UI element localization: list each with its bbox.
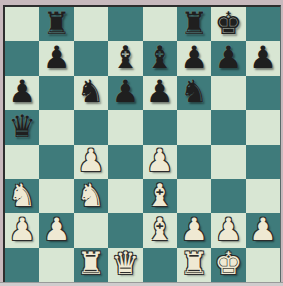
square-g4[interactable] (211, 145, 245, 179)
square-c5[interactable] (74, 110, 108, 144)
piece-black-pawn: ♟ (180, 42, 208, 73)
piece-black-queen: ♛ (8, 111, 36, 142)
piece-black-pawn: ♟ (111, 76, 139, 107)
square-b6[interactable] (39, 76, 73, 110)
piece-black-pawn: ♟ (215, 42, 243, 73)
square-h7[interactable]: ♟ (246, 41, 280, 75)
square-f6[interactable]: ♞ (177, 76, 211, 110)
square-g1[interactable]: ♚ (211, 248, 245, 282)
piece-white-bishop: ♝ (146, 214, 174, 245)
piece-white-king: ♚ (215, 248, 243, 279)
square-g6[interactable] (211, 76, 245, 110)
square-a8[interactable] (5, 7, 39, 41)
piece-black-rook: ♜ (43, 8, 71, 39)
square-g7[interactable]: ♟ (211, 41, 245, 75)
square-e8[interactable] (143, 7, 177, 41)
square-f4[interactable] (177, 145, 211, 179)
piece-black-pawn: ♟ (249, 42, 277, 73)
square-h1[interactable] (246, 248, 280, 282)
piece-black-bishop: ♝ (146, 42, 174, 73)
piece-white-pawn: ♟ (249, 214, 277, 245)
square-b2[interactable]: ♟ (39, 213, 73, 247)
square-b1[interactable] (39, 248, 73, 282)
square-d7[interactable]: ♝ (108, 41, 142, 75)
square-h3[interactable] (246, 179, 280, 213)
piece-black-pawn: ♟ (146, 76, 174, 107)
piece-black-knight: ♞ (180, 76, 208, 107)
square-c4[interactable]: ♟ (74, 145, 108, 179)
square-h5[interactable] (246, 110, 280, 144)
square-a2[interactable]: ♟ (5, 213, 39, 247)
piece-white-pawn: ♟ (180, 214, 208, 245)
piece-black-pawn: ♟ (43, 42, 71, 73)
square-a1[interactable] (5, 248, 39, 282)
square-e4[interactable]: ♟ (143, 145, 177, 179)
square-f5[interactable] (177, 110, 211, 144)
square-b5[interactable] (39, 110, 73, 144)
square-h6[interactable] (246, 76, 280, 110)
piece-black-bishop: ♝ (111, 42, 139, 73)
square-g8[interactable]: ♚ (211, 7, 245, 41)
square-e6[interactable]: ♟ (143, 76, 177, 110)
piece-white-rook: ♜ (180, 248, 208, 279)
piece-black-rook: ♜ (180, 8, 208, 39)
square-h4[interactable] (246, 145, 280, 179)
square-c7[interactable] (74, 41, 108, 75)
square-g5[interactable] (211, 110, 245, 144)
square-b3[interactable] (39, 179, 73, 213)
square-c3[interactable]: ♞ (74, 179, 108, 213)
piece-white-knight: ♞ (77, 180, 105, 211)
square-e7[interactable]: ♝ (143, 41, 177, 75)
piece-white-pawn: ♟ (215, 214, 243, 245)
square-f3[interactable] (177, 179, 211, 213)
square-b8[interactable]: ♜ (39, 7, 73, 41)
square-c8[interactable] (74, 7, 108, 41)
square-c2[interactable] (74, 213, 108, 247)
square-f2[interactable]: ♟ (177, 213, 211, 247)
square-d5[interactable] (108, 110, 142, 144)
square-e2[interactable]: ♝ (143, 213, 177, 247)
square-e1[interactable] (143, 248, 177, 282)
frame-bottom-edge (0, 282, 283, 286)
piece-white-pawn: ♟ (146, 145, 174, 176)
chess-board: ♜♜♚♟♝♝♟♟♟♟♞♟♟♞♛♟♟♞♞♝♟♟♝♟♟♟♜♛♜♚ (3, 5, 281, 283)
piece-white-rook: ♜ (77, 248, 105, 279)
square-a4[interactable] (5, 145, 39, 179)
square-h2[interactable]: ♟ (246, 213, 280, 247)
chess-app-window: ♜♜♚♟♝♝♟♟♟♟♞♟♟♞♛♟♟♞♞♝♟♟♝♟♟♟♜♛♜♚ (0, 0, 283, 286)
square-e5[interactable] (143, 110, 177, 144)
piece-white-queen: ♛ (111, 248, 139, 279)
piece-white-pawn: ♟ (8, 214, 36, 245)
square-a6[interactable]: ♟ (5, 76, 39, 110)
square-g2[interactable]: ♟ (211, 213, 245, 247)
piece-white-pawn: ♟ (43, 214, 71, 245)
square-b7[interactable]: ♟ (39, 41, 73, 75)
square-f1[interactable]: ♜ (177, 248, 211, 282)
piece-white-knight: ♞ (8, 180, 36, 211)
square-g3[interactable] (211, 179, 245, 213)
square-d2[interactable] (108, 213, 142, 247)
square-a5[interactable]: ♛ (5, 110, 39, 144)
square-a3[interactable]: ♞ (5, 179, 39, 213)
piece-white-bishop: ♝ (146, 180, 174, 211)
piece-black-knight: ♞ (77, 76, 105, 107)
square-f8[interactable]: ♜ (177, 7, 211, 41)
square-f7[interactable]: ♟ (177, 41, 211, 75)
square-d3[interactable] (108, 179, 142, 213)
square-d1[interactable]: ♛ (108, 248, 142, 282)
square-e3[interactable]: ♝ (143, 179, 177, 213)
square-d4[interactable] (108, 145, 142, 179)
square-h8[interactable] (246, 7, 280, 41)
piece-black-king: ♚ (215, 8, 243, 39)
square-b4[interactable] (39, 145, 73, 179)
square-c6[interactable]: ♞ (74, 76, 108, 110)
square-d8[interactable] (108, 7, 142, 41)
square-c1[interactable]: ♜ (74, 248, 108, 282)
piece-white-pawn: ♟ (77, 145, 105, 176)
piece-black-pawn: ♟ (8, 76, 36, 107)
square-a7[interactable] (5, 41, 39, 75)
square-d6[interactable]: ♟ (108, 76, 142, 110)
